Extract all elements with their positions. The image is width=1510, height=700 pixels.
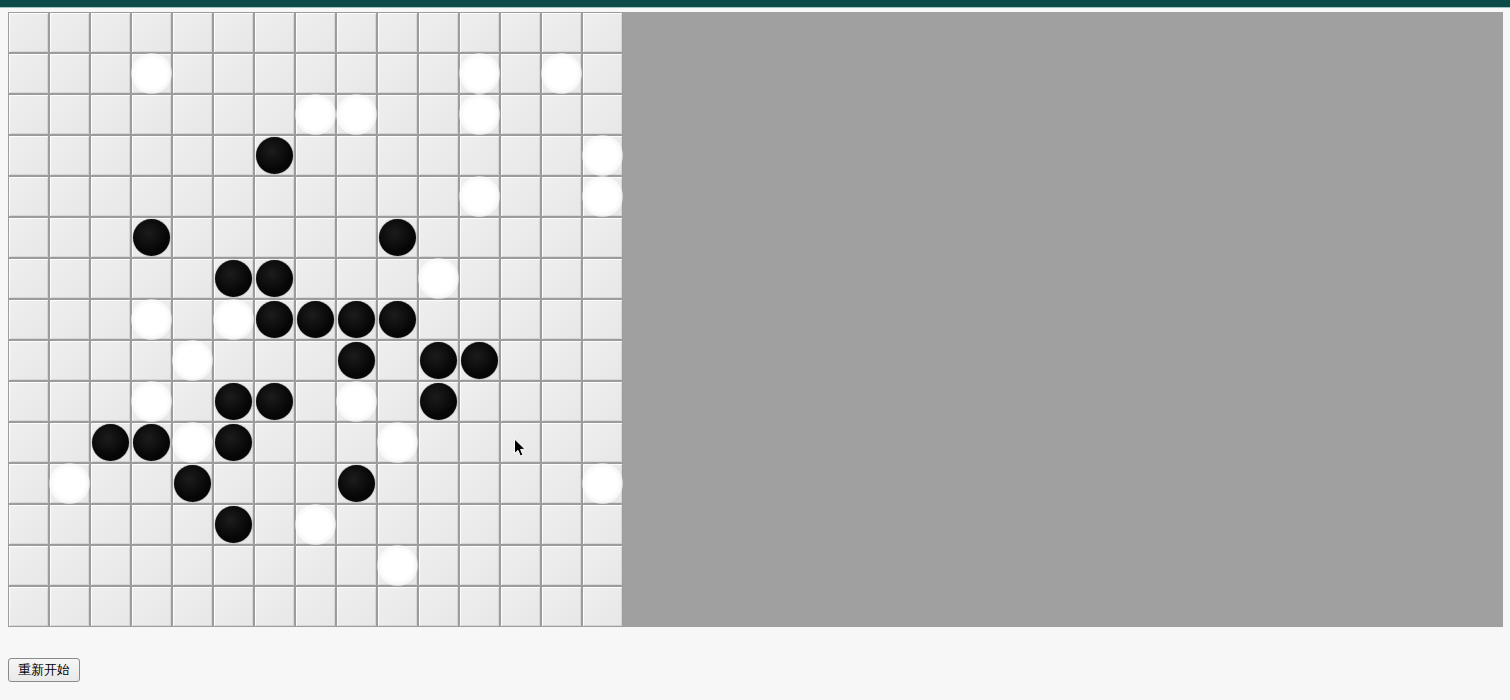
board-cell[interactable] — [337, 423, 376, 462]
board-cell[interactable] — [419, 300, 458, 339]
board-cell[interactable] — [378, 505, 417, 544]
board-cell[interactable] — [173, 136, 212, 175]
white-stone — [131, 299, 172, 340]
board-cell[interactable] — [460, 54, 499, 93]
board-cell[interactable] — [296, 587, 335, 626]
board-cell[interactable] — [583, 505, 622, 544]
black-stone — [256, 137, 293, 174]
board-cell[interactable] — [255, 300, 294, 339]
board-cell[interactable] — [173, 218, 212, 257]
board-cell[interactable] — [460, 423, 499, 462]
board-cell[interactable] — [91, 259, 130, 298]
board-cell[interactable] — [501, 54, 540, 93]
board-cell[interactable] — [9, 464, 48, 503]
board-cell[interactable] — [337, 464, 376, 503]
board-cell[interactable] — [50, 341, 89, 380]
board-cell[interactable] — [542, 546, 581, 585]
board-cell[interactable] — [255, 177, 294, 216]
board-cell[interactable] — [296, 13, 335, 52]
board-cell[interactable] — [542, 177, 581, 216]
board-cell[interactable] — [378, 136, 417, 175]
board-cell[interactable] — [50, 218, 89, 257]
board-cell[interactable] — [296, 423, 335, 462]
board-cell[interactable] — [173, 587, 212, 626]
board-cell[interactable] — [132, 587, 171, 626]
board-cell[interactable] — [542, 382, 581, 421]
board-cell[interactable] — [460, 13, 499, 52]
black-stone — [215, 383, 252, 420]
black-stone — [133, 424, 170, 461]
board-cell[interactable] — [214, 341, 253, 380]
board-cell[interactable] — [419, 54, 458, 93]
board-cell[interactable] — [50, 95, 89, 134]
board-cell[interactable] — [173, 177, 212, 216]
board-cell[interactable] — [378, 177, 417, 216]
board-cell[interactable] — [378, 382, 417, 421]
board-cell[interactable] — [255, 341, 294, 380]
board-cell[interactable] — [460, 464, 499, 503]
white-stone — [377, 422, 418, 463]
board-cell[interactable] — [501, 95, 540, 134]
board-cell[interactable] — [255, 382, 294, 421]
white-stone — [582, 176, 623, 217]
board-cell[interactable] — [296, 54, 335, 93]
board-cell[interactable] — [501, 382, 540, 421]
board-cell[interactable] — [337, 259, 376, 298]
white-stone — [459, 53, 500, 94]
board-cell[interactable] — [132, 259, 171, 298]
board-cell[interactable] — [583, 13, 622, 52]
board-cell[interactable] — [296, 95, 335, 134]
board-cell[interactable] — [50, 423, 89, 462]
board-cell[interactable] — [378, 13, 417, 52]
board-cell[interactable] — [173, 464, 212, 503]
board-cell[interactable] — [91, 13, 130, 52]
board-cell[interactable] — [50, 177, 89, 216]
board-cell[interactable] — [50, 382, 89, 421]
board-cell[interactable] — [419, 259, 458, 298]
board-cell[interactable] — [378, 300, 417, 339]
board-cell[interactable] — [419, 546, 458, 585]
board-cell[interactable] — [542, 505, 581, 544]
board-cell[interactable] — [501, 546, 540, 585]
board-cell[interactable] — [542, 259, 581, 298]
board-cell[interactable] — [501, 13, 540, 52]
board-cell[interactable] — [91, 95, 130, 134]
board-cell[interactable] — [50, 464, 89, 503]
board-cell[interactable] — [337, 218, 376, 257]
board-cell[interactable] — [173, 341, 212, 380]
board-cell[interactable] — [255, 95, 294, 134]
board-cell[interactable] — [542, 136, 581, 175]
black-stone — [133, 219, 170, 256]
board-cell[interactable] — [378, 95, 417, 134]
board-cell[interactable] — [255, 259, 294, 298]
board-cell[interactable] — [542, 341, 581, 380]
board-cell[interactable] — [583, 423, 622, 462]
board-cell[interactable] — [337, 382, 376, 421]
black-stone — [338, 465, 375, 502]
board-cell[interactable] — [296, 259, 335, 298]
board-cell[interactable] — [583, 218, 622, 257]
white-stone — [418, 258, 459, 299]
board-cell[interactable] — [173, 95, 212, 134]
board-cell[interactable] — [50, 300, 89, 339]
white-stone — [172, 340, 213, 381]
board-cell[interactable] — [91, 341, 130, 380]
board-cell[interactable] — [91, 136, 130, 175]
board-cell[interactable] — [9, 177, 48, 216]
board-cell[interactable] — [132, 95, 171, 134]
board-cell[interactable] — [9, 505, 48, 544]
board-cell[interactable] — [419, 423, 458, 462]
board-cell[interactable] — [255, 587, 294, 626]
board-cell[interactable] — [501, 259, 540, 298]
white-stone — [582, 463, 623, 504]
board-cell[interactable] — [542, 13, 581, 52]
board-cell[interactable] — [337, 505, 376, 544]
board-cell[interactable] — [583, 587, 622, 626]
board-cell[interactable] — [132, 54, 171, 93]
board-cell[interactable] — [132, 546, 171, 585]
board-cell[interactable] — [542, 300, 581, 339]
black-stone — [420, 383, 457, 420]
board-cell[interactable] — [419, 464, 458, 503]
board-cell[interactable] — [419, 341, 458, 380]
board-cell[interactable] — [378, 341, 417, 380]
board-cell[interactable] — [419, 13, 458, 52]
board-cell[interactable] — [583, 177, 622, 216]
board-cell[interactable] — [50, 13, 89, 52]
board-cell[interactable] — [9, 341, 48, 380]
board-cell[interactable] — [460, 218, 499, 257]
board-cell[interactable] — [501, 341, 540, 380]
board-cell[interactable] — [9, 95, 48, 134]
board-cell[interactable] — [214, 13, 253, 52]
board-cell[interactable] — [378, 546, 417, 585]
board-cell[interactable] — [501, 177, 540, 216]
board-cell[interactable] — [501, 464, 540, 503]
board-cell[interactable] — [91, 546, 130, 585]
board-cell[interactable] — [91, 382, 130, 421]
board-cell[interactable] — [91, 177, 130, 216]
board-cell[interactable] — [378, 54, 417, 93]
board-cell[interactable] — [460, 505, 499, 544]
board-cell[interactable] — [91, 464, 130, 503]
board-cell[interactable] — [296, 464, 335, 503]
board-cell[interactable] — [132, 218, 171, 257]
board-cell[interactable] — [173, 505, 212, 544]
board-cell[interactable] — [9, 136, 48, 175]
black-stone — [215, 260, 252, 297]
board-cell[interactable] — [460, 341, 499, 380]
board-cell[interactable] — [91, 505, 130, 544]
board-cell[interactable] — [50, 505, 89, 544]
black-stone — [338, 301, 375, 338]
board-cell[interactable] — [214, 54, 253, 93]
board-cell[interactable] — [255, 546, 294, 585]
board-cell[interactable] — [542, 423, 581, 462]
board-cell[interactable] — [501, 300, 540, 339]
board-cell[interactable] — [501, 423, 540, 462]
board-cell[interactable] — [255, 218, 294, 257]
board-cell[interactable] — [583, 546, 622, 585]
board-cell[interactable] — [378, 423, 417, 462]
board-cell[interactable] — [173, 382, 212, 421]
black-stone — [92, 424, 129, 461]
board-cell[interactable] — [9, 218, 48, 257]
board-cell[interactable] — [583, 259, 622, 298]
board-cell[interactable] — [296, 505, 335, 544]
board-cell[interactable] — [542, 54, 581, 93]
board-cell[interactable] — [542, 587, 581, 626]
board-cell[interactable] — [337, 95, 376, 134]
board-cell[interactable] — [132, 13, 171, 52]
board-cell[interactable] — [296, 177, 335, 216]
board-cell[interactable] — [214, 546, 253, 585]
board-cell[interactable] — [583, 136, 622, 175]
board-cell[interactable] — [132, 423, 171, 462]
board-cell[interactable] — [132, 136, 171, 175]
white-stone — [541, 53, 582, 94]
board-cell[interactable] — [542, 218, 581, 257]
black-stone — [379, 219, 416, 256]
board-cell[interactable] — [214, 587, 253, 626]
board-cell[interactable] — [132, 505, 171, 544]
board-cell[interactable] — [91, 300, 130, 339]
board-cell[interactable] — [132, 464, 171, 503]
white-stone — [377, 545, 418, 586]
board-cell[interactable] — [337, 54, 376, 93]
board-cell[interactable] — [460, 546, 499, 585]
board-cell[interactable] — [419, 177, 458, 216]
board-cell[interactable] — [132, 300, 171, 339]
board-cell[interactable] — [583, 382, 622, 421]
board-cell[interactable] — [91, 587, 130, 626]
board-cell[interactable] — [337, 546, 376, 585]
board-cell[interactable] — [132, 341, 171, 380]
restart-button[interactable]: 重新开始 — [8, 658, 80, 682]
board-cell[interactable] — [9, 259, 48, 298]
board-cell[interactable] — [460, 95, 499, 134]
board-cell[interactable] — [214, 177, 253, 216]
board-cell[interactable] — [132, 382, 171, 421]
board-cell[interactable] — [214, 505, 253, 544]
board-cell[interactable] — [50, 54, 89, 93]
board-cell[interactable] — [460, 136, 499, 175]
board-cell[interactable] — [337, 300, 376, 339]
black-stone — [215, 506, 252, 543]
board-cell[interactable] — [50, 546, 89, 585]
board-cell[interactable] — [214, 259, 253, 298]
board-cell[interactable] — [542, 464, 581, 503]
board-cell[interactable] — [173, 13, 212, 52]
controls-bar: 重新开始 — [8, 658, 1510, 682]
board-cell[interactable] — [50, 259, 89, 298]
board-cell[interactable] — [460, 259, 499, 298]
board-cell[interactable] — [214, 95, 253, 134]
white-stone — [336, 381, 377, 422]
board-cell[interactable] — [378, 464, 417, 503]
board-cell[interactable] — [50, 136, 89, 175]
board-cell[interactable] — [173, 259, 212, 298]
board-cell[interactable] — [9, 546, 48, 585]
board-cell[interactable] — [501, 136, 540, 175]
board-cell[interactable] — [583, 300, 622, 339]
board-cell[interactable] — [9, 13, 48, 52]
board-cell[interactable] — [91, 423, 130, 462]
black-stone — [215, 424, 252, 461]
board-cell[interactable] — [460, 300, 499, 339]
board-cell[interactable] — [460, 382, 499, 421]
white-stone — [131, 53, 172, 94]
board-cell[interactable] — [91, 218, 130, 257]
board-cell[interactable] — [9, 300, 48, 339]
board-cell[interactable] — [9, 423, 48, 462]
black-stone — [297, 301, 334, 338]
board-cell[interactable] — [9, 54, 48, 93]
white-stone — [295, 504, 336, 545]
board-cell[interactable] — [255, 136, 294, 175]
board-cell[interactable] — [214, 300, 253, 339]
board-cell[interactable] — [296, 546, 335, 585]
board-cell[interactable] — [583, 95, 622, 134]
board-cell[interactable] — [214, 382, 253, 421]
board-cell[interactable] — [173, 546, 212, 585]
side-panel — [623, 12, 1503, 627]
white-stone — [582, 135, 623, 176]
board-cell[interactable] — [91, 54, 130, 93]
board-cell[interactable] — [460, 177, 499, 216]
board-cell[interactable] — [337, 341, 376, 380]
black-stone — [420, 342, 457, 379]
board-cell[interactable] — [337, 13, 376, 52]
board-cell[interactable] — [255, 505, 294, 544]
board-cell[interactable] — [296, 300, 335, 339]
board-cell[interactable] — [9, 587, 48, 626]
board-cell[interactable] — [173, 54, 212, 93]
board-cell[interactable] — [378, 218, 417, 257]
board-cell[interactable] — [296, 341, 335, 380]
board-cell[interactable] — [378, 587, 417, 626]
black-stone — [379, 301, 416, 338]
board-cell[interactable] — [583, 464, 622, 503]
black-stone — [256, 301, 293, 338]
board-cell[interactable] — [9, 382, 48, 421]
gomoku-board — [8, 12, 623, 627]
board-cell[interactable] — [337, 177, 376, 216]
board-cell[interactable] — [296, 136, 335, 175]
board-cell[interactable] — [583, 341, 622, 380]
board-cell[interactable] — [542, 95, 581, 134]
board-cell[interactable] — [214, 136, 253, 175]
board-cell[interactable] — [419, 218, 458, 257]
game-area — [8, 12, 1503, 627]
board-cell[interactable] — [419, 505, 458, 544]
white-stone — [336, 94, 377, 135]
black-stone — [338, 342, 375, 379]
black-stone — [461, 342, 498, 379]
black-stone — [174, 465, 211, 502]
top-accent-bar — [0, 0, 1510, 8]
board-cell[interactable] — [419, 382, 458, 421]
white-stone — [131, 381, 172, 422]
board-cell[interactable] — [501, 218, 540, 257]
board-cell[interactable] — [378, 259, 417, 298]
board-cell[interactable] — [296, 382, 335, 421]
board-cell[interactable] — [50, 587, 89, 626]
black-stone — [256, 383, 293, 420]
board-cell[interactable] — [460, 587, 499, 626]
board-cell[interactable] — [296, 218, 335, 257]
board-cell[interactable] — [214, 464, 253, 503]
black-stone — [256, 260, 293, 297]
board-cell[interactable] — [337, 136, 376, 175]
board-cell[interactable] — [173, 300, 212, 339]
board-cell[interactable] — [255, 54, 294, 93]
white-stone — [49, 463, 90, 504]
board-cell[interactable] — [583, 54, 622, 93]
board-cell[interactable] — [501, 587, 540, 626]
board-cell[interactable] — [419, 587, 458, 626]
board-cell[interactable] — [419, 95, 458, 134]
board-cell[interactable] — [214, 423, 253, 462]
board-cell[interactable] — [501, 505, 540, 544]
board-cell[interactable] — [132, 177, 171, 216]
white-stone — [459, 176, 500, 217]
board-cell[interactable] — [255, 423, 294, 462]
board-cell[interactable] — [255, 464, 294, 503]
white-stone — [295, 94, 336, 135]
board-cell[interactable] — [255, 13, 294, 52]
board-cell[interactable] — [214, 218, 253, 257]
white-stone — [459, 94, 500, 135]
white-stone — [213, 299, 254, 340]
board-cell[interactable] — [173, 423, 212, 462]
board-cell[interactable] — [337, 587, 376, 626]
white-stone — [172, 422, 213, 463]
board-cell[interactable] — [419, 136, 458, 175]
